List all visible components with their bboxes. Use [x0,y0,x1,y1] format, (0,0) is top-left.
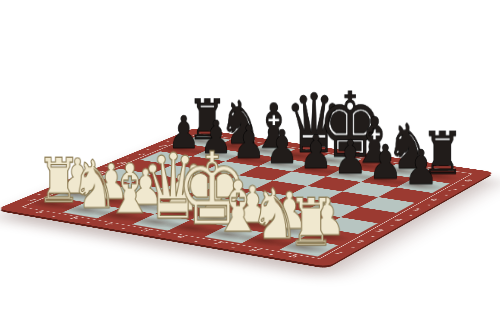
pieces-layer: ♜♞♝♛♚♝♞♜♟♟♟♟♟♟♟♟♟♟♟♟♟♟♟♟♜♞♝♛♚♝♞♜ [29,135,466,257]
border-tick-dot [51,216,55,217]
black-pawn-e7[interactable]: ♟ [299,133,330,171]
white-bishop-c1[interactable]: ♝ [105,162,138,219]
white-king-e1[interactable]: ♚ [176,148,210,230]
black-pawn-h7[interactable]: ♟ [404,148,436,187]
chess-board: ♜♞♝♛♚♝♞♜♟♟♟♟♟♟♟♟♟♟♟♟♟♟♟♟♜♞♝♛♚♝♞♜ aabbccd… [0,128,495,267]
white-queen-d1[interactable]: ♛ [140,150,174,224]
border-tick-dot [157,234,161,235]
border-tick-dot [121,228,125,229]
white-knight-g1[interactable]: ♞ [250,186,285,243]
black-pawn-d7[interactable]: ♟ [266,128,297,166]
white-rook-a1[interactable]: ♜ [37,156,70,206]
border-tick-dot [427,204,431,205]
border-tick-dot [269,254,274,255]
product-photo-scene: ♜♞♝♛♚♝♞♜♟♟♟♟♟♟♟♟♟♟♟♟♟♟♟♟♜♞♝♛♚♝♞♜ aabbccd… [0,0,500,333]
black-pawn-f7[interactable]: ♟ [334,138,365,177]
black-pawn-g7[interactable]: ♟ [369,143,401,182]
white-rook-h1[interactable]: ♜ [288,196,323,250]
white-bishop-f1[interactable]: ♝ [213,178,247,236]
white-knight-b1[interactable]: ♞ [71,158,104,212]
